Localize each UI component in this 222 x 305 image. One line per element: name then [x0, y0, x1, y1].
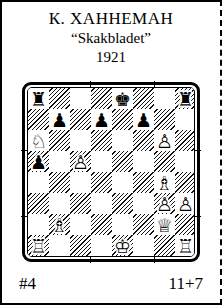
- piece-glyph-stroke: ♔: [112, 235, 133, 256]
- piece-glyph-stroke: ♗: [49, 214, 70, 235]
- square-a4: [28, 172, 49, 193]
- square-c4: [70, 172, 91, 193]
- composer-name: К. ХАННЕМАН: [2, 9, 220, 29]
- square-g3: ♟♙: [154, 193, 175, 214]
- square-a3: [28, 193, 49, 214]
- square-a2: [28, 214, 49, 235]
- square-f3: [133, 193, 154, 214]
- square-b7: ♟: [49, 109, 70, 130]
- square-f6: [133, 130, 154, 151]
- chess-board: ♜♚♜♟♟♟♞♘♟♙♟♟♙♝♗♟♙♟♙♝♗♛♕♜♖♚♔♜♖: [22, 82, 200, 262]
- piece-glyph: ♜: [28, 88, 49, 109]
- square-e8: ♚: [112, 88, 133, 109]
- square-h1: ♜♖: [175, 235, 195, 256]
- square-c5: ♟♙: [70, 151, 91, 172]
- square-f8: [133, 88, 154, 109]
- piece-glyph: ♚: [112, 88, 133, 109]
- square-c2: [70, 214, 91, 235]
- piece-glyph-stroke: ♗: [154, 172, 175, 193]
- piece-glyph: ♟: [91, 109, 112, 130]
- square-b2: ♝♗: [49, 214, 70, 235]
- board-grid: ♜♚♜♟♟♟♞♘♟♙♟♟♙♝♗♟♙♟♙♝♗♛♕♜♖♚♔♜♖: [28, 88, 194, 256]
- square-d5: [91, 151, 112, 172]
- square-g8: [154, 88, 175, 109]
- piece-glyph: ♜: [175, 88, 195, 109]
- square-b4: [49, 172, 70, 193]
- square-f2: [133, 214, 154, 235]
- source-title: “Skakbladet”: [2, 29, 220, 48]
- square-d6: [91, 130, 112, 151]
- piece-glyph-stroke: ♘: [28, 130, 49, 151]
- square-h8: ♜: [175, 88, 195, 109]
- square-e7: [112, 109, 133, 130]
- stipulation-label: #4: [19, 274, 36, 294]
- piece-glyph: ♟: [28, 151, 49, 172]
- piece-glyph-stroke: ♖: [175, 235, 195, 256]
- square-c3: [70, 193, 91, 214]
- square-d2: [91, 214, 112, 235]
- piece-glyph: ♟: [49, 109, 70, 130]
- square-d4: [91, 172, 112, 193]
- material-count-label: 11+7: [169, 274, 203, 294]
- square-b1: [49, 235, 70, 256]
- square-h3: ♟♙: [175, 193, 195, 214]
- square-a6: ♞♘: [28, 130, 49, 151]
- piece-glyph-stroke: ♕: [154, 214, 175, 235]
- square-g4: ♝♗: [154, 172, 175, 193]
- square-b5: [49, 151, 70, 172]
- square-e4: [112, 172, 133, 193]
- square-d8: [91, 88, 112, 109]
- square-a7: [28, 109, 49, 130]
- square-h2: [175, 214, 195, 235]
- square-h5: [175, 151, 195, 172]
- piece-glyph-stroke: ♙: [154, 130, 175, 151]
- square-g6: ♟♙: [154, 130, 175, 151]
- piece-glyph: ♟: [133, 109, 154, 130]
- square-f7: ♟: [133, 109, 154, 130]
- square-c6: [70, 130, 91, 151]
- square-c1: [70, 235, 91, 256]
- piece-glyph-stroke: ♙: [154, 193, 175, 214]
- square-f5: [133, 151, 154, 172]
- square-e2: [112, 214, 133, 235]
- piece-glyph-stroke: ♙: [175, 193, 195, 214]
- board-inner-border: ♜♚♜♟♟♟♞♘♟♙♟♟♙♝♗♟♙♟♙♝♗♛♕♜♖♚♔♜♖: [27, 87, 195, 257]
- square-e1: ♚♔: [112, 235, 133, 256]
- square-h6: [175, 130, 195, 151]
- square-c8: [70, 88, 91, 109]
- piece-glyph-stroke: ♙: [70, 151, 91, 172]
- square-h4: [175, 172, 195, 193]
- square-e6: [112, 130, 133, 151]
- square-a5: ♟: [28, 151, 49, 172]
- square-d1: [91, 235, 112, 256]
- square-d7: ♟: [91, 109, 112, 130]
- square-g2: ♛♕: [154, 214, 175, 235]
- piece-glyph-stroke: ♖: [28, 235, 49, 256]
- square-a8: ♜: [28, 88, 49, 109]
- square-e5: [112, 151, 133, 172]
- square-b3: [49, 193, 70, 214]
- square-g7: [154, 109, 175, 130]
- caption-row: #4 11+7: [2, 274, 220, 294]
- square-g5: [154, 151, 175, 172]
- square-f4: [133, 172, 154, 193]
- square-g1: [154, 235, 175, 256]
- square-f1: [133, 235, 154, 256]
- square-h7: [175, 109, 195, 130]
- publication-year: 1921: [2, 48, 220, 67]
- square-e3: [112, 193, 133, 214]
- problem-card: К. ХАННЕМАН “Skakbladet” 1921 ♜♚♜♟♟♟♞♘♟♙…: [0, 0, 222, 305]
- square-a1: ♜♖: [28, 235, 49, 256]
- square-b6: [49, 130, 70, 151]
- square-c7: [70, 109, 91, 130]
- square-b8: [49, 88, 70, 109]
- square-d3: [91, 193, 112, 214]
